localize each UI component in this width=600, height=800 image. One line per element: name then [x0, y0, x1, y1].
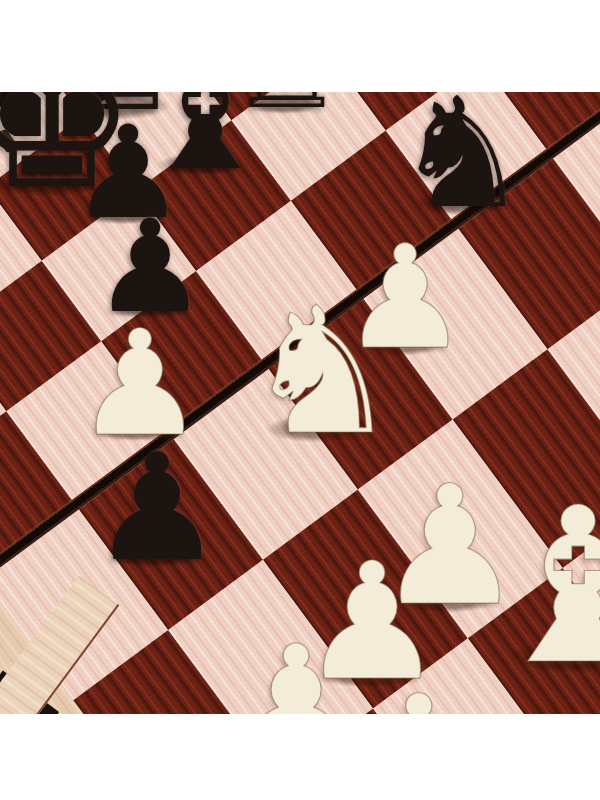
board-photo-area: ♚♛♟♝♜♟♞♟♟♞♟♟♟♟♟♝ 5	[0, 92, 600, 714]
white-background-bottom	[0, 714, 600, 800]
white-background-top	[0, 0, 600, 92]
product-photo: ♚♛♟♝♜♟♞♟♟♞♟♟♟♟♟♝ 5	[0, 0, 600, 800]
piece-white-knight-d5[interactable]: ♞	[244, 284, 401, 459]
piece-white-pawn-c7[interactable]: ♟	[345, 674, 493, 714]
piece-white-bishop-e7[interactable]: ♝	[482, 479, 600, 694]
piece-black-pawn-b5[interactable]: ♟	[91, 434, 224, 582]
piece-black-knight-f4[interactable]: ♞	[394, 92, 530, 230]
